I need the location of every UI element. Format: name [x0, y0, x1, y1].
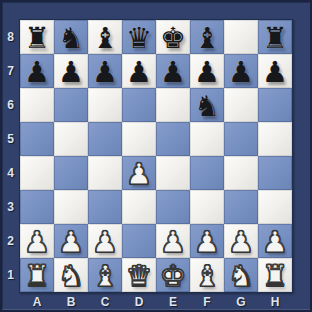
- white-rook: ♜: [24, 262, 50, 291]
- white-pawn: ♟: [58, 228, 84, 257]
- white-pawn: ♟: [228, 228, 254, 257]
- square-e2[interactable]: ♟: [156, 224, 190, 258]
- black-knight: ♞: [58, 24, 84, 53]
- rank-label-5: 5: [2, 122, 19, 156]
- square-f3[interactable]: [190, 190, 224, 224]
- file-label-c: C: [88, 292, 122, 312]
- square-a4[interactable]: [20, 156, 54, 190]
- black-pawn: ♟: [262, 58, 288, 87]
- square-e8[interactable]: ♚: [156, 20, 190, 54]
- square-e3[interactable]: [156, 190, 190, 224]
- square-c2[interactable]: ♟: [88, 224, 122, 258]
- square-d3[interactable]: [122, 190, 156, 224]
- square-a7[interactable]: ♟: [20, 54, 54, 88]
- square-b5[interactable]: [54, 122, 88, 156]
- white-pawn: ♟: [160, 228, 186, 257]
- square-a5[interactable]: [20, 122, 54, 156]
- square-h5[interactable]: [258, 122, 292, 156]
- square-e6[interactable]: [156, 88, 190, 122]
- chess-board: ♜♞♝♛♚♝♜♟♟♟♟♟♟♟♟♞♟♟♟♟♟♟♟♟♜♞♝♛♚♝♞♜: [19, 19, 293, 293]
- square-h6[interactable]: [258, 88, 292, 122]
- square-h3[interactable]: [258, 190, 292, 224]
- square-g6[interactable]: [224, 88, 258, 122]
- square-c4[interactable]: [88, 156, 122, 190]
- white-pawn: ♟: [24, 228, 50, 257]
- black-pawn: ♟: [92, 58, 118, 87]
- square-g1[interactable]: ♞: [224, 258, 258, 292]
- square-g2[interactable]: ♟: [224, 224, 258, 258]
- black-rook: ♜: [24, 24, 50, 53]
- square-c3[interactable]: [88, 190, 122, 224]
- white-pawn: ♟: [262, 228, 288, 257]
- file-label-f: F: [190, 292, 224, 312]
- black-queen: ♛: [126, 24, 152, 53]
- rank-label-4: 4: [2, 156, 19, 190]
- black-pawn: ♟: [126, 58, 152, 87]
- rank-labels: 87654321: [2, 20, 19, 292]
- square-a3[interactable]: [20, 190, 54, 224]
- rank-label-1: 1: [2, 258, 19, 292]
- file-label-g: G: [224, 292, 258, 312]
- black-rook: ♜: [262, 24, 288, 53]
- white-knight: ♞: [58, 262, 84, 291]
- square-a8[interactable]: ♜: [20, 20, 54, 54]
- square-h7[interactable]: ♟: [258, 54, 292, 88]
- square-c5[interactable]: [88, 122, 122, 156]
- square-g8[interactable]: [224, 20, 258, 54]
- file-label-b: B: [54, 292, 88, 312]
- square-e1[interactable]: ♚: [156, 258, 190, 292]
- square-b1[interactable]: ♞: [54, 258, 88, 292]
- white-pawn: ♟: [194, 228, 220, 257]
- black-pawn: ♟: [228, 58, 254, 87]
- file-label-h: H: [258, 292, 292, 312]
- square-f2[interactable]: ♟: [190, 224, 224, 258]
- square-h4[interactable]: [258, 156, 292, 190]
- black-knight: ♞: [194, 92, 220, 121]
- square-f7[interactable]: ♟: [190, 54, 224, 88]
- square-d5[interactable]: [122, 122, 156, 156]
- square-b6[interactable]: [54, 88, 88, 122]
- square-d6[interactable]: [122, 88, 156, 122]
- square-f5[interactable]: [190, 122, 224, 156]
- file-label-a: A: [20, 292, 54, 312]
- square-b2[interactable]: ♟: [54, 224, 88, 258]
- square-b7[interactable]: ♟: [54, 54, 88, 88]
- square-g5[interactable]: [224, 122, 258, 156]
- black-pawn: ♟: [58, 58, 84, 87]
- square-d2[interactable]: [122, 224, 156, 258]
- square-b3[interactable]: [54, 190, 88, 224]
- white-queen: ♛: [126, 262, 152, 291]
- rank-label-2: 2: [2, 224, 19, 258]
- square-g7[interactable]: ♟: [224, 54, 258, 88]
- square-c7[interactable]: ♟: [88, 54, 122, 88]
- square-e4[interactable]: [156, 156, 190, 190]
- rank-label-6: 6: [2, 88, 19, 122]
- rank-label-8: 8: [2, 20, 19, 54]
- square-c8[interactable]: ♝: [88, 20, 122, 54]
- white-king: ♚: [160, 262, 186, 291]
- square-d7[interactable]: ♟: [122, 54, 156, 88]
- file-labels: ABCDEFGH: [20, 292, 292, 312]
- white-bishop: ♝: [194, 262, 220, 291]
- file-label-e: E: [156, 292, 190, 312]
- square-c1[interactable]: ♝: [88, 258, 122, 292]
- rank-label-3: 3: [2, 190, 19, 224]
- black-bishop: ♝: [92, 24, 118, 53]
- square-h8[interactable]: ♜: [258, 20, 292, 54]
- square-b8[interactable]: ♞: [54, 20, 88, 54]
- file-label-d: D: [122, 292, 156, 312]
- square-f1[interactable]: ♝: [190, 258, 224, 292]
- square-a2[interactable]: ♟: [20, 224, 54, 258]
- white-pawn: ♟: [92, 228, 118, 257]
- rank-label-7: 7: [2, 54, 19, 88]
- white-knight: ♞: [228, 262, 254, 291]
- square-c6[interactable]: [88, 88, 122, 122]
- square-d8[interactable]: ♛: [122, 20, 156, 54]
- square-f6[interactable]: ♞: [190, 88, 224, 122]
- white-pawn: ♟: [126, 160, 152, 189]
- square-g4[interactable]: [224, 156, 258, 190]
- square-b4[interactable]: [54, 156, 88, 190]
- square-e7[interactable]: ♟: [156, 54, 190, 88]
- square-e5[interactable]: [156, 122, 190, 156]
- square-f8[interactable]: ♝: [190, 20, 224, 54]
- black-king: ♚: [160, 24, 186, 53]
- black-bishop: ♝: [194, 24, 220, 53]
- black-pawn: ♟: [194, 58, 220, 87]
- black-pawn: ♟: [24, 58, 50, 87]
- square-g3[interactable]: [224, 190, 258, 224]
- square-h2[interactable]: ♟: [258, 224, 292, 258]
- square-h1[interactable]: ♜: [258, 258, 292, 292]
- black-pawn: ♟: [160, 58, 186, 87]
- white-rook: ♜: [262, 262, 288, 291]
- square-a6[interactable]: [20, 88, 54, 122]
- white-bishop: ♝: [92, 262, 118, 291]
- square-d1[interactable]: ♛: [122, 258, 156, 292]
- chess-diagram: 87654321 ♜♞♝♛♚♝♜♟♟♟♟♟♟♟♟♞♟♟♟♟♟♟♟♟♜♞♝♛♚♝♞…: [0, 0, 312, 312]
- square-a1[interactable]: ♜: [20, 258, 54, 292]
- square-d4[interactable]: ♟: [122, 156, 156, 190]
- square-f4[interactable]: [190, 156, 224, 190]
